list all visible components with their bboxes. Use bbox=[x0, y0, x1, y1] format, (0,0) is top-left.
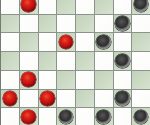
checkers-board: ⛀⛂⛂⛀⛂⛂⛀⛀⛀⛂⛀⛂⛂⛂ bbox=[0, 0, 150, 125]
black-checker-piece[interactable]: ⛂ bbox=[96, 35, 111, 50]
square-r2c3[interactable]: ⛀ bbox=[57, 33, 76, 52]
black-checker-piece[interactable]: ⛂ bbox=[134, 0, 149, 12]
square-r2c5[interactable]: ⛂ bbox=[95, 33, 114, 52]
black-checker-piece[interactable]: ⛂ bbox=[115, 91, 130, 106]
red-checker-piece[interactable]: ⛀ bbox=[21, 72, 36, 87]
checker-glyph: ⛂ bbox=[117, 17, 127, 29]
square-r6c6[interactable] bbox=[114, 108, 133, 125]
square-r1c3[interactable] bbox=[57, 15, 76, 34]
square-r2c6[interactable] bbox=[114, 33, 133, 52]
square-r5c3[interactable] bbox=[57, 90, 76, 109]
square-r1c6[interactable]: ⛂ bbox=[114, 15, 133, 34]
square-r3c2[interactable] bbox=[39, 52, 58, 71]
square-r0c5[interactable] bbox=[95, 0, 114, 15]
red-checker-piece[interactable]: ⛀ bbox=[59, 35, 74, 50]
square-r4c3[interactable] bbox=[57, 71, 76, 90]
black-checker-piece[interactable]: ⛂ bbox=[59, 110, 74, 125]
square-r2c4[interactable] bbox=[76, 33, 95, 52]
red-checker-piece[interactable]: ⛀ bbox=[21, 0, 36, 12]
square-r4c5[interactable] bbox=[95, 71, 114, 90]
square-r1c5[interactable] bbox=[95, 15, 114, 34]
square-r1c2[interactable] bbox=[39, 15, 58, 34]
square-r5c2[interactable]: ⛀ bbox=[39, 90, 58, 109]
square-r0c3[interactable] bbox=[57, 0, 76, 15]
square-r2c1[interactable] bbox=[20, 33, 39, 52]
square-r4c6[interactable] bbox=[114, 71, 133, 90]
square-r0c2[interactable] bbox=[39, 0, 58, 15]
checker-glyph: ⛀ bbox=[42, 92, 52, 104]
square-r0c7[interactable]: ⛂ bbox=[132, 0, 150, 15]
checker-glyph: ⛀ bbox=[24, 74, 34, 86]
black-checker-piece[interactable]: ⛂ bbox=[115, 16, 130, 31]
red-checker-piece[interactable]: ⛀ bbox=[21, 110, 36, 125]
square-r5c5[interactable] bbox=[95, 90, 114, 109]
square-r5c7[interactable] bbox=[132, 90, 150, 109]
checker-glyph: ⛂ bbox=[99, 36, 109, 48]
square-r2c7[interactable] bbox=[132, 33, 150, 52]
square-r1c4[interactable] bbox=[76, 15, 95, 34]
square-r5c6[interactable]: ⛂ bbox=[114, 90, 133, 109]
square-r6c0[interactable] bbox=[1, 108, 20, 125]
square-r6c3[interactable]: ⛂ bbox=[57, 108, 76, 125]
square-r6c5[interactable]: ⛂ bbox=[95, 108, 114, 125]
square-r3c0[interactable] bbox=[1, 52, 20, 71]
square-r2c2[interactable] bbox=[39, 33, 58, 52]
square-r0c0[interactable] bbox=[1, 0, 20, 15]
checker-glyph: ⛂ bbox=[99, 111, 109, 123]
checker-glyph: ⛀ bbox=[24, 111, 34, 123]
checker-glyph: ⛀ bbox=[61, 36, 71, 48]
checker-glyph: ⛂ bbox=[136, 111, 146, 123]
square-r1c7[interactable] bbox=[132, 15, 150, 34]
black-checker-piece[interactable]: ⛂ bbox=[96, 110, 111, 125]
square-r6c4[interactable] bbox=[76, 108, 95, 125]
checker-glyph: ⛀ bbox=[5, 92, 15, 104]
square-r3c3[interactable] bbox=[57, 52, 76, 71]
checker-glyph: ⛂ bbox=[117, 92, 127, 104]
square-r4c1[interactable]: ⛀ bbox=[20, 71, 39, 90]
square-r1c1[interactable] bbox=[20, 15, 39, 34]
square-r4c2[interactable] bbox=[39, 71, 58, 90]
red-checker-piece[interactable]: ⛀ bbox=[40, 91, 55, 106]
square-r5c0[interactable]: ⛀ bbox=[1, 90, 20, 109]
red-checker-piece[interactable]: ⛀ bbox=[3, 91, 18, 106]
square-r4c7[interactable] bbox=[132, 71, 150, 90]
black-checker-piece[interactable]: ⛂ bbox=[115, 54, 130, 69]
square-r5c4[interactable] bbox=[76, 90, 95, 109]
square-r6c1[interactable]: ⛀ bbox=[20, 108, 39, 125]
checker-glyph: ⛀ bbox=[24, 0, 34, 11]
square-r6c2[interactable] bbox=[39, 108, 58, 125]
square-r0c4[interactable] bbox=[76, 0, 95, 15]
square-r3c4[interactable] bbox=[76, 52, 95, 71]
square-r0c6[interactable] bbox=[114, 0, 133, 15]
black-checker-piece[interactable]: ⛂ bbox=[134, 110, 149, 125]
square-r4c0[interactable] bbox=[1, 71, 20, 90]
square-r0c1[interactable]: ⛀ bbox=[20, 0, 39, 15]
checker-glyph: ⛂ bbox=[117, 55, 127, 67]
square-r5c1[interactable] bbox=[20, 90, 39, 109]
square-r1c0[interactable] bbox=[1, 15, 20, 34]
square-r3c6[interactable]: ⛂ bbox=[114, 52, 133, 71]
checker-glyph: ⛂ bbox=[61, 111, 71, 123]
checker-glyph: ⛂ bbox=[136, 0, 146, 11]
checkers-board-viewport: ⛀⛂⛂⛀⛂⛂⛀⛀⛀⛂⛀⛂⛂⛂ bbox=[0, 0, 150, 125]
square-r3c5[interactable] bbox=[95, 52, 114, 71]
square-r3c1[interactable] bbox=[20, 52, 39, 71]
square-r2c0[interactable] bbox=[1, 33, 20, 52]
square-r3c7[interactable] bbox=[132, 52, 150, 71]
square-r6c7[interactable]: ⛂ bbox=[132, 108, 150, 125]
square-r4c4[interactable] bbox=[76, 71, 95, 90]
